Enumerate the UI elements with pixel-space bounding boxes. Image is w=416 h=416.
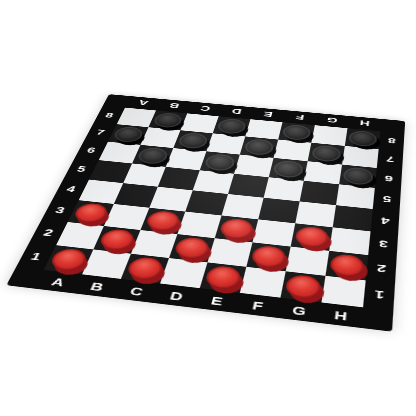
piece-black-g7[interactable] xyxy=(311,144,342,162)
piece-black-d8[interactable] xyxy=(216,118,247,135)
piece-red-h2[interactable] xyxy=(329,253,365,278)
piece-black-c7[interactable] xyxy=(177,132,210,150)
piece-black-e7[interactable] xyxy=(243,138,275,156)
rank-label-right-7: 7 xyxy=(377,149,403,170)
rank-label-right-3: 3 xyxy=(368,231,398,258)
piece-black-b6[interactable] xyxy=(136,147,170,165)
rank-label-right-8: 8 xyxy=(379,131,405,151)
rank-label-right-4: 4 xyxy=(371,209,400,234)
checkers-mat: AABBCCDDEEFFGGHH1122334455667788 xyxy=(6,94,405,332)
piece-red-a1[interactable] xyxy=(48,248,89,272)
piece-red-b2[interactable] xyxy=(97,228,136,251)
piece-black-b8[interactable] xyxy=(152,112,184,128)
rank-label-right-1: 1 xyxy=(363,280,395,311)
board-perspective-wrap: AABBCCDDEEFFGGHH1122334455667788 xyxy=(6,94,405,332)
file-label-bottom-e: E xyxy=(194,288,240,313)
file-label-bottom-h: H xyxy=(318,302,363,327)
piece-black-d6[interactable] xyxy=(203,153,236,172)
piece-red-c3[interactable] xyxy=(144,210,181,232)
piece-black-a7[interactable] xyxy=(111,126,145,143)
piece-red-c1[interactable] xyxy=(125,256,165,281)
rank-label-right-2: 2 xyxy=(366,255,397,284)
piece-red-e3[interactable] xyxy=(218,218,254,240)
piece-red-d2[interactable] xyxy=(173,236,211,260)
piece-red-g1[interactable] xyxy=(284,274,322,300)
photo-background: AABBCCDDEEFFGGHH1122334455667788 xyxy=(0,0,416,416)
file-label-bottom-g: G xyxy=(276,298,321,323)
piece-black-h8[interactable] xyxy=(348,130,378,147)
file-label-bottom-d: D xyxy=(153,283,199,307)
file-label-bottom-f: F xyxy=(235,293,281,318)
piece-black-f6[interactable] xyxy=(272,160,304,179)
piece-black-h6[interactable] xyxy=(342,166,373,185)
piece-red-g3[interactable] xyxy=(294,226,329,249)
piece-black-f8[interactable] xyxy=(281,124,312,141)
rank-label-right-6: 6 xyxy=(375,168,402,191)
file-label-bottom-c: C xyxy=(113,279,160,303)
rank-label-right-5: 5 xyxy=(373,188,401,212)
piece-red-f2[interactable] xyxy=(250,245,287,269)
piece-red-e1[interactable] xyxy=(204,265,243,290)
piece-red-a3[interactable] xyxy=(72,202,110,224)
